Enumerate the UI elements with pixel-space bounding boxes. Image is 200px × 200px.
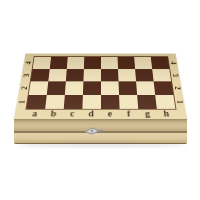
square-b2 [46, 81, 65, 94]
file-label-d: d [82, 109, 101, 119]
squares-grid [26, 57, 175, 109]
metal-clasp-icon [82, 124, 104, 138]
square-b3 [48, 69, 67, 82]
file-label-e: e [101, 109, 120, 119]
file-label-h: h [156, 109, 176, 119]
square-d4 [83, 57, 100, 69]
square-c4 [66, 57, 84, 69]
chess-board-lid: 4321 4321 abcdefgh [14, 54, 187, 119]
file-label-g: g [138, 109, 158, 119]
board-perspective-wrapper: 4321 4321 abcdefgh [14, 32, 187, 119]
square-f2 [118, 81, 137, 94]
square-c1 [63, 95, 82, 109]
square-e3 [101, 69, 119, 82]
square-b1 [45, 95, 65, 109]
file-labels: abcdefgh [25, 109, 177, 119]
square-e2 [101, 81, 119, 94]
square-d3 [83, 69, 101, 82]
square-f1 [119, 95, 138, 109]
square-d2 [82, 81, 100, 94]
rank-label-right-1: 1 [170, 97, 188, 105]
product-photo-chess-box: 4321 4321 abcdefgh [0, 0, 200, 200]
square-b4 [49, 57, 67, 69]
square-c2 [64, 81, 83, 94]
file-label-a: a [25, 109, 45, 119]
square-a1 [26, 95, 46, 109]
square-c3 [65, 69, 83, 82]
square-e4 [101, 57, 118, 69]
square-g4 [134, 57, 152, 69]
square-e1 [101, 95, 120, 109]
square-f3 [118, 69, 136, 82]
rank-label-right-2: 2 [168, 84, 186, 92]
square-f4 [117, 57, 135, 69]
square-a4 [32, 57, 50, 69]
square-g1 [137, 95, 157, 109]
square-g3 [135, 69, 154, 82]
box-front-face [14, 119, 187, 144]
square-d1 [82, 95, 101, 109]
file-label-b: b [44, 109, 64, 119]
square-a3 [30, 69, 49, 82]
file-label-f: f [119, 109, 138, 119]
square-g2 [136, 81, 155, 94]
drop-shadow [18, 143, 186, 147]
rank-label-right-4: 4 [164, 59, 181, 66]
file-label-c: c [63, 109, 82, 119]
square-a2 [28, 81, 48, 94]
rank-label-right-3: 3 [166, 71, 183, 79]
